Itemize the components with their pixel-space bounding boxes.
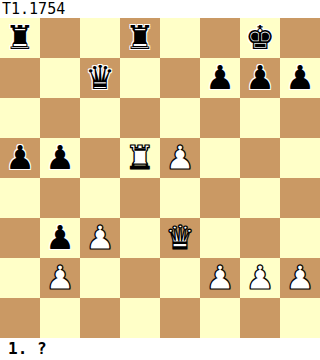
white-pawn-piece: ♟ xyxy=(245,258,275,298)
square-b7[interactable] xyxy=(40,58,80,98)
chess-diagram: T1.1754 ♜♜♚♛♟♟♟♟♟♜♟♟♟♛♟♟♟♟ 1. ? xyxy=(0,0,320,360)
square-f8[interactable] xyxy=(200,18,240,58)
square-f6[interactable] xyxy=(200,98,240,138)
square-g6[interactable] xyxy=(240,98,280,138)
black-queen-piece: ♛ xyxy=(85,58,115,98)
title-bar: T1.1754 xyxy=(0,0,320,18)
square-c6[interactable] xyxy=(80,98,120,138)
square-e4[interactable] xyxy=(160,178,200,218)
black-pawn-piece: ♟ xyxy=(285,58,315,98)
square-h5[interactable] xyxy=(280,138,320,178)
square-f3[interactable] xyxy=(200,218,240,258)
square-d7[interactable] xyxy=(120,58,160,98)
square-c2[interactable] xyxy=(80,258,120,298)
white-pawn-piece: ♟ xyxy=(165,138,195,178)
square-a2[interactable] xyxy=(0,258,40,298)
square-a4[interactable] xyxy=(0,178,40,218)
square-c7[interactable]: ♛ xyxy=(80,58,120,98)
white-pawn-piece: ♟ xyxy=(285,258,315,298)
square-e6[interactable] xyxy=(160,98,200,138)
square-f2[interactable]: ♟ xyxy=(200,258,240,298)
square-h1[interactable] xyxy=(280,298,320,338)
square-d6[interactable] xyxy=(120,98,160,138)
square-h3[interactable] xyxy=(280,218,320,258)
square-b2[interactable]: ♟ xyxy=(40,258,80,298)
square-b3[interactable]: ♟ xyxy=(40,218,80,258)
black-pawn-piece: ♟ xyxy=(205,58,235,98)
square-e5[interactable]: ♟ xyxy=(160,138,200,178)
square-e7[interactable] xyxy=(160,58,200,98)
square-g3[interactable] xyxy=(240,218,280,258)
square-h8[interactable] xyxy=(280,18,320,58)
square-f7[interactable]: ♟ xyxy=(200,58,240,98)
square-d2[interactable] xyxy=(120,258,160,298)
square-c8[interactable] xyxy=(80,18,120,58)
square-g4[interactable] xyxy=(240,178,280,218)
black-pawn-piece: ♟ xyxy=(45,138,75,178)
square-d4[interactable] xyxy=(120,178,160,218)
black-rook-piece: ♜ xyxy=(125,18,155,58)
puzzle-title: T1.1754 xyxy=(0,0,65,18)
square-h2[interactable]: ♟ xyxy=(280,258,320,298)
square-h6[interactable] xyxy=(280,98,320,138)
square-d8[interactable]: ♜ xyxy=(120,18,160,58)
footer-bar: 1. ? xyxy=(0,338,320,360)
square-e2[interactable] xyxy=(160,258,200,298)
black-king-piece: ♚ xyxy=(245,18,275,58)
square-e8[interactable] xyxy=(160,18,200,58)
black-rook-piece: ♜ xyxy=(5,18,35,58)
white-rook-piece: ♜ xyxy=(125,138,155,178)
white-pawn-piece: ♟ xyxy=(85,218,115,258)
square-d1[interactable] xyxy=(120,298,160,338)
square-c1[interactable] xyxy=(80,298,120,338)
square-b4[interactable] xyxy=(40,178,80,218)
square-e1[interactable] xyxy=(160,298,200,338)
square-h7[interactable]: ♟ xyxy=(280,58,320,98)
square-f4[interactable] xyxy=(200,178,240,218)
black-pawn-piece: ♟ xyxy=(245,58,275,98)
square-g1[interactable] xyxy=(240,298,280,338)
square-g5[interactable] xyxy=(240,138,280,178)
white-pawn-piece: ♟ xyxy=(45,258,75,298)
square-c3[interactable]: ♟ xyxy=(80,218,120,258)
square-b6[interactable] xyxy=(40,98,80,138)
white-queen-piece: ♛ xyxy=(165,218,195,258)
square-a8[interactable]: ♜ xyxy=(0,18,40,58)
square-a5[interactable]: ♟ xyxy=(0,138,40,178)
square-a1[interactable] xyxy=(0,298,40,338)
white-pawn-piece: ♟ xyxy=(205,258,235,298)
square-g2[interactable]: ♟ xyxy=(240,258,280,298)
square-b1[interactable] xyxy=(40,298,80,338)
square-d3[interactable] xyxy=(120,218,160,258)
square-d5[interactable]: ♜ xyxy=(120,138,160,178)
black-pawn-piece: ♟ xyxy=(5,138,35,178)
black-pawn-piece: ♟ xyxy=(45,218,75,258)
square-h4[interactable] xyxy=(280,178,320,218)
square-c4[interactable] xyxy=(80,178,120,218)
square-b8[interactable] xyxy=(40,18,80,58)
square-f1[interactable] xyxy=(200,298,240,338)
square-f5[interactable] xyxy=(200,138,240,178)
square-a3[interactable] xyxy=(0,218,40,258)
square-c5[interactable] xyxy=(80,138,120,178)
square-b5[interactable]: ♟ xyxy=(40,138,80,178)
chess-board: ♜♜♚♛♟♟♟♟♟♜♟♟♟♛♟♟♟♟ xyxy=(0,18,320,338)
move-prompt: 1. ? xyxy=(0,338,47,360)
square-g7[interactable]: ♟ xyxy=(240,58,280,98)
square-e3[interactable]: ♛ xyxy=(160,218,200,258)
square-a6[interactable] xyxy=(0,98,40,138)
square-g8[interactable]: ♚ xyxy=(240,18,280,58)
square-a7[interactable] xyxy=(0,58,40,98)
